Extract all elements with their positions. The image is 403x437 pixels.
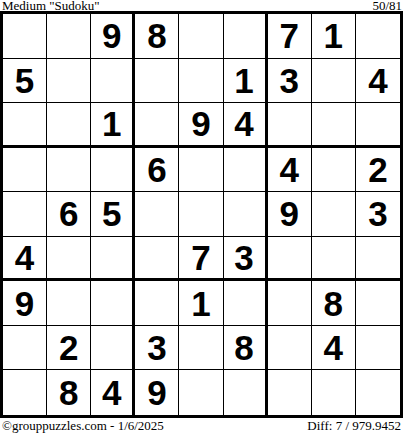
cell-r2c7: 3	[268, 59, 312, 104]
cell-r7c6[interactable]	[224, 281, 268, 326]
cell-r6c4[interactable]	[135, 237, 179, 282]
cell-r2c5[interactable]	[179, 59, 223, 104]
cell-r3c5: 9	[179, 103, 223, 148]
cell-r4c9: 2	[356, 148, 400, 193]
cell-r5c2: 6	[47, 192, 91, 237]
cell-r1c3: 9	[91, 14, 135, 59]
cell-r1c8: 1	[312, 14, 356, 59]
cell-r2c8[interactable]	[312, 59, 356, 104]
cell-r8c8: 4	[312, 326, 356, 371]
cell-r2c2[interactable]	[47, 59, 91, 104]
cell-r8c7[interactable]	[268, 326, 312, 371]
cell-r4c5[interactable]	[179, 148, 223, 193]
cell-r6c7[interactable]	[268, 237, 312, 282]
cell-r8c1[interactable]	[3, 326, 47, 371]
cell-r2c1: 5	[3, 59, 47, 104]
cell-r2c6: 1	[224, 59, 268, 104]
cell-r5c1[interactable]	[3, 192, 47, 237]
cell-r7c5: 1	[179, 281, 223, 326]
cell-r1c6[interactable]	[224, 14, 268, 59]
cell-r4c1[interactable]	[3, 148, 47, 193]
copyright-date: ©grouppuzzles.com - 1/6/2025	[2, 418, 164, 434]
cell-r7c9[interactable]	[356, 281, 400, 326]
cell-r3c1[interactable]	[3, 103, 47, 148]
cell-r6c8[interactable]	[312, 237, 356, 282]
cell-r3c3: 1	[91, 103, 135, 148]
cell-r7c3[interactable]	[91, 281, 135, 326]
cell-r4c8[interactable]	[312, 148, 356, 193]
cell-r2c3[interactable]	[91, 59, 135, 104]
cell-r3c2[interactable]	[47, 103, 91, 148]
cell-r6c1: 4	[3, 237, 47, 282]
cell-r9c9[interactable]	[356, 370, 400, 415]
sudoku-grid: 9871513419464265934739182384849	[0, 11, 403, 418]
cell-r1c9[interactable]	[356, 14, 400, 59]
cell-r6c3[interactable]	[91, 237, 135, 282]
cell-r9c8[interactable]	[312, 370, 356, 415]
cell-r1c7: 7	[268, 14, 312, 59]
cell-r6c9[interactable]	[356, 237, 400, 282]
cell-r2c9: 4	[356, 59, 400, 104]
cell-r3c9[interactable]	[356, 103, 400, 148]
cell-r8c2: 2	[47, 326, 91, 371]
footer: ©grouppuzzles.com - 1/6/2025 Diff: 7 / 9…	[0, 418, 403, 437]
difficulty-rating: Diff: 7 / 979.9452	[307, 418, 401, 434]
cell-r3c8[interactable]	[312, 103, 356, 148]
cell-r7c2[interactable]	[47, 281, 91, 326]
cell-r8c4: 3	[135, 326, 179, 371]
cell-r9c1[interactable]	[3, 370, 47, 415]
cell-r7c8: 8	[312, 281, 356, 326]
header: Medium "Sudoku" 50/81	[0, 0, 403, 11]
cell-r1c1[interactable]	[3, 14, 47, 59]
cell-r8c5[interactable]	[179, 326, 223, 371]
cell-r9c3: 4	[91, 370, 135, 415]
cell-r5c5[interactable]	[179, 192, 223, 237]
cell-r1c2[interactable]	[47, 14, 91, 59]
cell-r4c6[interactable]	[224, 148, 268, 193]
cell-r1c4: 8	[135, 14, 179, 59]
cell-r4c2[interactable]	[47, 148, 91, 193]
cell-r3c6: 4	[224, 103, 268, 148]
cell-r9c6[interactable]	[224, 370, 268, 415]
cell-r9c4: 9	[135, 370, 179, 415]
cell-r5c4[interactable]	[135, 192, 179, 237]
cell-r6c2[interactable]	[47, 237, 91, 282]
cell-r4c7: 4	[268, 148, 312, 193]
cell-r6c6: 3	[224, 237, 268, 282]
cell-r5c8[interactable]	[312, 192, 356, 237]
cell-r8c9[interactable]	[356, 326, 400, 371]
cell-r1c5[interactable]	[179, 14, 223, 59]
cell-r5c9: 3	[356, 192, 400, 237]
cell-r9c7[interactable]	[268, 370, 312, 415]
cell-r4c3[interactable]	[91, 148, 135, 193]
cell-r3c4[interactable]	[135, 103, 179, 148]
cell-r4c4: 6	[135, 148, 179, 193]
cell-r9c5[interactable]	[179, 370, 223, 415]
cell-r8c3[interactable]	[91, 326, 135, 371]
cell-r8c6: 8	[224, 326, 268, 371]
cell-r3c7[interactable]	[268, 103, 312, 148]
cell-r9c2: 8	[47, 370, 91, 415]
cell-r7c7[interactable]	[268, 281, 312, 326]
cell-r5c7: 9	[268, 192, 312, 237]
cell-r5c6[interactable]	[224, 192, 268, 237]
cell-r2c4[interactable]	[135, 59, 179, 104]
cell-r7c1: 9	[3, 281, 47, 326]
cell-r7c4[interactable]	[135, 281, 179, 326]
cell-r6c5: 7	[179, 237, 223, 282]
cell-r5c3: 5	[91, 192, 135, 237]
